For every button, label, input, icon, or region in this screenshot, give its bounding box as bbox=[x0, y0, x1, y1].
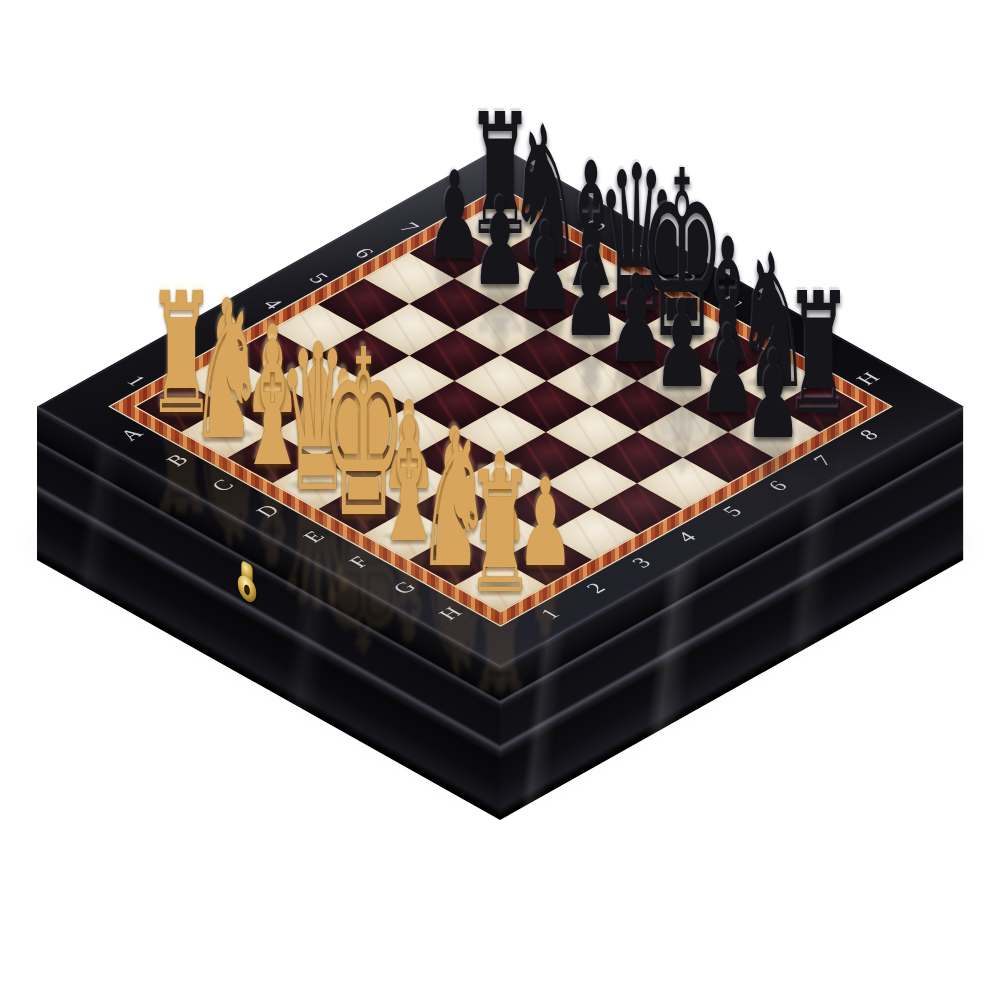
pieces-layer: ♜♜♞♞♝♝♛♛♚♚♝♝♞♞♜♜♟♟♟♟♟♟♟♟♟♟♟♟♟♟♟♟♟♟♟♟♟♟♟♟… bbox=[0, 0, 1000, 1000]
piece-white-rook-h1[interactable]: ♜♜ bbox=[462, 541, 538, 617]
piece-black-pawn-h7[interactable]: ♟♟ bbox=[741, 392, 805, 456]
chess-set-scene: AABBCCDDEEFFGGHH1122334455667788 ♜♜♞♞♝♝♛… bbox=[0, 0, 1000, 1000]
rook-glyph: ♜ bbox=[462, 449, 538, 616]
pawn-glyph: ♟ bbox=[741, 335, 805, 457]
